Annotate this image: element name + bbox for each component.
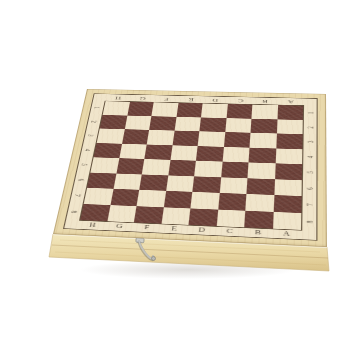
board-square [277, 105, 303, 120]
board-square [151, 102, 178, 116]
board-square [137, 190, 166, 207]
file-label: C [215, 227, 244, 237]
board-square [100, 115, 127, 130]
board-square [250, 133, 277, 148]
board-square [174, 117, 201, 132]
chess-board: HGFEDCBA HGFEDCBA 12345678 12345678 [53, 89, 327, 247]
board-square [147, 130, 174, 145]
board-square [192, 176, 220, 193]
board-square [221, 162, 249, 178]
board-square [107, 205, 137, 223]
board-square [276, 133, 303, 149]
board-square [124, 115, 151, 130]
board-square [225, 118, 252, 133]
board-square [275, 148, 302, 164]
board-square [219, 177, 247, 194]
board-square [168, 160, 196, 176]
file-label: G [105, 222, 133, 232]
board-square [144, 144, 172, 160]
board-square [122, 129, 149, 144]
board-square [103, 101, 130, 115]
board-square [275, 163, 303, 180]
board-square [113, 173, 142, 190]
board-square [119, 143, 147, 159]
board-square [139, 174, 168, 191]
file-label: A [272, 229, 301, 239]
file-label: D [187, 226, 216, 236]
board-square [94, 143, 122, 158]
board-square [194, 161, 222, 177]
board-square [166, 175, 195, 192]
board-square [274, 179, 302, 196]
file-label: F [132, 223, 161, 233]
board-square [97, 129, 125, 144]
board-square [250, 118, 277, 133]
board-square [247, 162, 275, 178]
board-square [176, 103, 202, 117]
file-label: B [244, 228, 273, 238]
board-square [216, 209, 245, 227]
file-label: H [78, 221, 106, 230]
board-square [246, 178, 274, 195]
board-square [244, 210, 273, 228]
board-square [198, 131, 225, 146]
board-square [272, 212, 301, 230]
board-square [142, 159, 170, 175]
product-photo: HGFEDCBA HGFEDCBA 12345678 12345678 [0, 0, 340, 340]
board-square [84, 188, 113, 205]
board-square [190, 192, 219, 209]
board-square [170, 145, 198, 161]
board-square [188, 208, 217, 226]
board-grid [79, 101, 304, 231]
board-square [196, 146, 224, 162]
board-square [163, 191, 192, 208]
board-square [110, 189, 139, 206]
board-square [149, 116, 176, 131]
board-square [172, 131, 199, 146]
board-square [116, 158, 144, 174]
board-square [223, 132, 250, 147]
board-square [251, 105, 277, 120]
board-square [273, 195, 301, 213]
board-square [201, 103, 227, 117]
board-square [226, 104, 252, 118]
board-square [199, 117, 226, 132]
board-square [87, 172, 116, 188]
board-square [249, 147, 276, 163]
board-square [222, 147, 249, 163]
board-square [161, 207, 190, 225]
rank-labels-right: 12345678 [302, 106, 316, 231]
board-square [276, 119, 302, 134]
board-square [80, 204, 110, 222]
board-square [218, 193, 247, 211]
board-square [90, 157, 118, 173]
board-square [127, 102, 154, 116]
board-square [134, 206, 164, 224]
file-label: E [160, 224, 189, 234]
board-square [245, 194, 274, 212]
